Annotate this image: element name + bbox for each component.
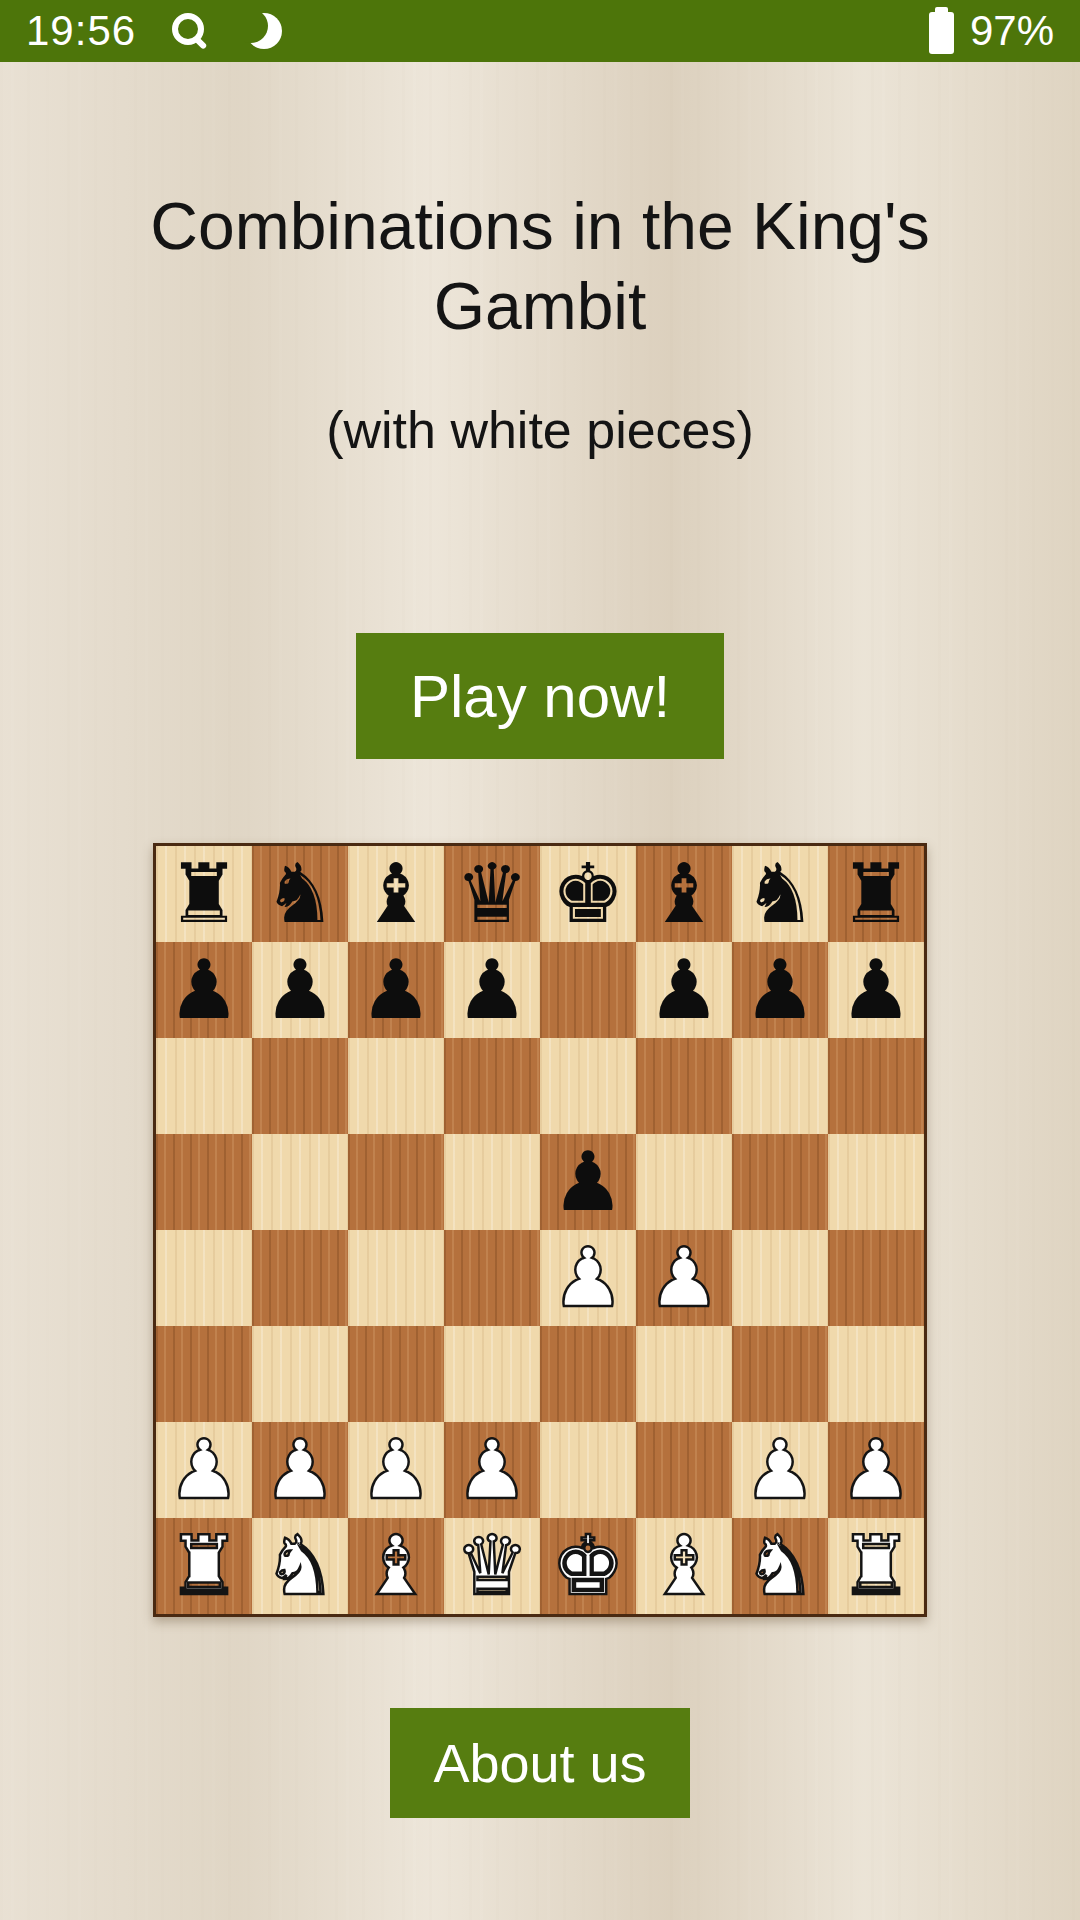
piece-black-rook: ♜ bbox=[839, 846, 913, 942]
status-bar: 19:56 97% bbox=[0, 0, 1080, 62]
square-h7: ♟ bbox=[828, 942, 924, 1038]
square-d7: ♟ bbox=[444, 942, 540, 1038]
piece-black-pawn: ♟ bbox=[839, 942, 913, 1038]
square-f2 bbox=[636, 1422, 732, 1518]
square-c7: ♟ bbox=[348, 942, 444, 1038]
piece-white-pawn: ♟ bbox=[743, 1422, 817, 1518]
piece-white-knight: ♞ bbox=[263, 1518, 337, 1614]
piece-white-pawn: ♟ bbox=[167, 1422, 241, 1518]
square-g2: ♟ bbox=[732, 1422, 828, 1518]
square-c3 bbox=[348, 1326, 444, 1422]
square-h4 bbox=[828, 1230, 924, 1326]
square-e4: ♟ bbox=[540, 1230, 636, 1326]
piece-white-rook: ♜ bbox=[839, 1518, 913, 1614]
piece-black-pawn: ♟ bbox=[263, 942, 337, 1038]
square-g7: ♟ bbox=[732, 942, 828, 1038]
square-h3 bbox=[828, 1326, 924, 1422]
square-c4 bbox=[348, 1230, 444, 1326]
play-now-button[interactable]: Play now! bbox=[356, 633, 724, 759]
square-h8: ♜ bbox=[828, 846, 924, 942]
square-a6 bbox=[156, 1038, 252, 1134]
piece-black-knight: ♞ bbox=[263, 846, 337, 942]
piece-white-pawn: ♟ bbox=[263, 1422, 337, 1518]
piece-black-knight: ♞ bbox=[743, 846, 817, 942]
square-d8: ♛ bbox=[444, 846, 540, 942]
square-d6 bbox=[444, 1038, 540, 1134]
square-h2: ♟ bbox=[828, 1422, 924, 1518]
chess-board[interactable]: ♜♞♝♛♚♝♞♜♟♟♟♟♟♟♟♟♟♟♟♟♟♟♟♟♜♞♝♛♚♝♞♜ bbox=[153, 843, 927, 1617]
square-b7: ♟ bbox=[252, 942, 348, 1038]
about-us-button[interactable]: About us bbox=[390, 1708, 690, 1818]
square-c2: ♟ bbox=[348, 1422, 444, 1518]
square-h6 bbox=[828, 1038, 924, 1134]
piece-white-pawn: ♟ bbox=[647, 1230, 721, 1326]
piece-black-queen: ♛ bbox=[455, 846, 529, 942]
square-b2: ♟ bbox=[252, 1422, 348, 1518]
page-title-line2: Gambit bbox=[0, 266, 1080, 346]
piece-black-pawn: ♟ bbox=[647, 942, 721, 1038]
square-f3 bbox=[636, 1326, 732, 1422]
square-d3 bbox=[444, 1326, 540, 1422]
piece-white-rook: ♜ bbox=[167, 1518, 241, 1614]
square-g5 bbox=[732, 1134, 828, 1230]
square-e3 bbox=[540, 1326, 636, 1422]
page-title-line1: Combinations in the King's bbox=[0, 186, 1080, 266]
square-b5 bbox=[252, 1134, 348, 1230]
square-f1: ♝ bbox=[636, 1518, 732, 1614]
piece-white-pawn: ♟ bbox=[359, 1422, 433, 1518]
square-e1: ♚ bbox=[540, 1518, 636, 1614]
square-f8: ♝ bbox=[636, 846, 732, 942]
battery-icon bbox=[929, 12, 954, 54]
square-f6 bbox=[636, 1038, 732, 1134]
square-g3 bbox=[732, 1326, 828, 1422]
square-a3 bbox=[156, 1326, 252, 1422]
square-a7: ♟ bbox=[156, 942, 252, 1038]
square-h1: ♜ bbox=[828, 1518, 924, 1614]
square-d1: ♛ bbox=[444, 1518, 540, 1614]
square-c5 bbox=[348, 1134, 444, 1230]
piece-white-queen: ♛ bbox=[455, 1518, 529, 1614]
square-b1: ♞ bbox=[252, 1518, 348, 1614]
piece-white-knight: ♞ bbox=[743, 1518, 817, 1614]
search-icon bbox=[170, 11, 210, 51]
square-b3 bbox=[252, 1326, 348, 1422]
piece-black-pawn: ♟ bbox=[359, 942, 433, 1038]
square-h5 bbox=[828, 1134, 924, 1230]
piece-white-king: ♚ bbox=[551, 1518, 625, 1614]
square-e2 bbox=[540, 1422, 636, 1518]
square-a5 bbox=[156, 1134, 252, 1230]
square-a1: ♜ bbox=[156, 1518, 252, 1614]
piece-black-pawn: ♟ bbox=[743, 942, 817, 1038]
piece-white-pawn: ♟ bbox=[455, 1422, 529, 1518]
square-g4 bbox=[732, 1230, 828, 1326]
square-e6 bbox=[540, 1038, 636, 1134]
square-e5: ♟ bbox=[540, 1134, 636, 1230]
square-f7: ♟ bbox=[636, 942, 732, 1038]
piece-white-bishop: ♝ bbox=[647, 1518, 721, 1614]
square-a4 bbox=[156, 1230, 252, 1326]
square-d2: ♟ bbox=[444, 1422, 540, 1518]
square-g1: ♞ bbox=[732, 1518, 828, 1614]
square-d4 bbox=[444, 1230, 540, 1326]
square-c6 bbox=[348, 1038, 444, 1134]
piece-white-bishop: ♝ bbox=[359, 1518, 433, 1614]
piece-black-rook: ♜ bbox=[167, 846, 241, 942]
piece-white-pawn: ♟ bbox=[551, 1230, 625, 1326]
piece-black-pawn: ♟ bbox=[551, 1134, 625, 1230]
status-time: 19:56 bbox=[26, 7, 136, 55]
piece-black-pawn: ♟ bbox=[455, 942, 529, 1038]
square-e8: ♚ bbox=[540, 846, 636, 942]
square-b8: ♞ bbox=[252, 846, 348, 942]
square-g8: ♞ bbox=[732, 846, 828, 942]
piece-black-king: ♚ bbox=[551, 846, 625, 942]
square-f5 bbox=[636, 1134, 732, 1230]
moon-icon bbox=[244, 12, 282, 50]
piece-black-pawn: ♟ bbox=[167, 942, 241, 1038]
square-b6 bbox=[252, 1038, 348, 1134]
square-c1: ♝ bbox=[348, 1518, 444, 1614]
square-d5 bbox=[444, 1134, 540, 1230]
square-a8: ♜ bbox=[156, 846, 252, 942]
battery-percent: 97% bbox=[970, 7, 1054, 55]
page-subtitle: (with white pieces) bbox=[0, 400, 1080, 460]
square-a2: ♟ bbox=[156, 1422, 252, 1518]
square-f4: ♟ bbox=[636, 1230, 732, 1326]
piece-black-bishop: ♝ bbox=[359, 846, 433, 942]
square-g6 bbox=[732, 1038, 828, 1134]
square-e7 bbox=[540, 942, 636, 1038]
piece-black-bishop: ♝ bbox=[647, 846, 721, 942]
page-title: Combinations in the King's Gambit bbox=[0, 186, 1080, 346]
square-b4 bbox=[252, 1230, 348, 1326]
square-c8: ♝ bbox=[348, 846, 444, 942]
piece-white-pawn: ♟ bbox=[839, 1422, 913, 1518]
